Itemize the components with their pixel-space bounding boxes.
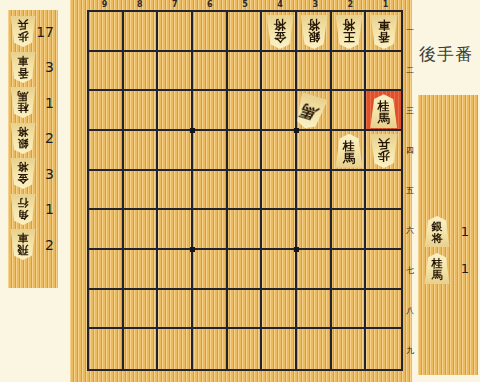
board-square-8-5[interactable] bbox=[124, 171, 159, 211]
square-3-3: 馬 bbox=[297, 91, 332, 131]
file-label-2: 2 bbox=[333, 0, 368, 10]
file-label-9: 9 bbox=[87, 0, 122, 10]
hand-row-gote-pawn: 歩兵 17 bbox=[8, 14, 58, 50]
hand-piece-bishop[interactable]: 角行 bbox=[10, 194, 36, 225]
board-square-2-8[interactable] bbox=[332, 290, 367, 330]
square-2-1: 王将 bbox=[332, 12, 367, 52]
sente-hand-tray: 銀将 1 桂馬 1 bbox=[418, 95, 478, 375]
piece-kanji: 香車 bbox=[377, 19, 390, 45]
board-square-5-6[interactable] bbox=[228, 210, 263, 250]
board-square-3-5[interactable] bbox=[297, 171, 332, 211]
board-square-5-5[interactable] bbox=[228, 171, 263, 211]
board-square-6-1[interactable] bbox=[193, 12, 228, 52]
board-square-2-7[interactable] bbox=[332, 250, 367, 290]
board-square-4-7[interactable] bbox=[262, 250, 297, 290]
board-square-5-2[interactable] bbox=[228, 52, 263, 92]
file-label-1: 1 bbox=[368, 0, 403, 10]
board-square-9-1[interactable] bbox=[89, 12, 124, 52]
board-square-5-7[interactable] bbox=[228, 250, 263, 290]
board-square-8-4[interactable] bbox=[124, 131, 159, 171]
board-square-9-2[interactable] bbox=[89, 52, 124, 92]
square-2-4: 桂馬 bbox=[332, 131, 367, 171]
board-square-3-6[interactable] bbox=[297, 210, 332, 250]
board-square-9-8[interactable] bbox=[89, 290, 124, 330]
board-square-1-5[interactable] bbox=[366, 171, 401, 211]
board-square-7-5[interactable] bbox=[158, 171, 193, 211]
board-square-1-8[interactable] bbox=[366, 290, 401, 330]
rank-label-7: 七 bbox=[404, 251, 416, 291]
board-square-5-9[interactable] bbox=[228, 329, 263, 369]
file-label-3: 3 bbox=[298, 0, 333, 10]
hand-count-rook: 2 bbox=[36, 237, 58, 253]
board-square-4-4[interactable] bbox=[262, 131, 297, 171]
piece-kanji: 銀将 bbox=[431, 219, 443, 243]
piece-kanji: 金将 bbox=[273, 19, 286, 45]
hand-piece-lance[interactable]: 香車 bbox=[10, 52, 36, 83]
board-square-4-8[interactable] bbox=[262, 290, 297, 330]
piece-silver-gote[interactable]: 銀将 bbox=[300, 15, 328, 49]
hand-piece-silver[interactable]: 銀将 bbox=[10, 123, 36, 154]
hand-row-gote-knight: 桂馬 1 bbox=[8, 85, 58, 121]
board-square-8-3[interactable] bbox=[124, 91, 159, 131]
board-square-9-7[interactable] bbox=[89, 250, 124, 290]
rank-label-1: 一 bbox=[404, 10, 416, 50]
piece-pawn-gote[interactable]: 歩兵 bbox=[370, 134, 398, 168]
turn-indicator: 後手番 bbox=[419, 43, 473, 66]
hand-count-knight: 1 bbox=[36, 95, 58, 111]
board-square-6-4[interactable] bbox=[193, 131, 228, 171]
piece-kanji: 桂馬 bbox=[431, 256, 443, 280]
board-square-1-7[interactable] bbox=[366, 250, 401, 290]
shogi-board: 9 8 7 6 5 4 3 2 1 一 二 三 四 五 六 七 八 九 金将銀将… bbox=[70, 0, 412, 382]
board-square-3-8[interactable] bbox=[297, 290, 332, 330]
board-square-8-1[interactable] bbox=[124, 12, 159, 52]
board-square-4-3[interactable] bbox=[262, 91, 297, 131]
piece-knight-sente[interactable]: 桂馬 bbox=[335, 134, 363, 168]
star-point bbox=[294, 247, 299, 252]
board-square-8-9[interactable] bbox=[124, 329, 159, 369]
piece-kanji: 王将 bbox=[342, 19, 355, 45]
rank-label-6: 六 bbox=[404, 211, 416, 251]
hand-row-gote-bishop: 角行 1 bbox=[8, 192, 58, 228]
board-square-2-6[interactable] bbox=[332, 210, 367, 250]
board-square-7-9[interactable] bbox=[158, 329, 193, 369]
square-1-3: 桂馬 bbox=[366, 91, 401, 131]
board-square-8-8[interactable] bbox=[124, 290, 159, 330]
board-square-6-8[interactable] bbox=[193, 290, 228, 330]
board-square-1-6[interactable] bbox=[366, 210, 401, 250]
piece-kanji: 香車 bbox=[17, 55, 29, 79]
hand-piece-rook[interactable]: 飛車 bbox=[10, 229, 36, 260]
board-square-6-5[interactable] bbox=[193, 171, 228, 211]
board-square-7-1[interactable] bbox=[158, 12, 193, 52]
board-square-8-2[interactable] bbox=[124, 52, 159, 92]
file-label-7: 7 bbox=[157, 0, 192, 10]
board-square-6-7[interactable] bbox=[193, 250, 228, 290]
board-square-6-2[interactable] bbox=[193, 52, 228, 92]
gote-hand-tray: 歩兵 17 香車 3 桂馬 1 銀将 2 金将 3 角行 1 飛車 2 bbox=[8, 10, 58, 288]
piece-kanji: 馬 bbox=[300, 102, 320, 122]
board-square-9-5[interactable] bbox=[89, 171, 124, 211]
piece-kanji: 飛車 bbox=[17, 233, 29, 257]
hand-count-gold: 3 bbox=[36, 166, 58, 182]
rank-label-3: 三 bbox=[404, 90, 416, 130]
hand-row-gote-rook: 飛車 2 bbox=[8, 227, 58, 263]
board-square-8-6[interactable] bbox=[124, 210, 159, 250]
hand-row-sente-silver: 銀将 1 bbox=[418, 213, 478, 250]
piece-gold-gote[interactable]: 金将 bbox=[266, 15, 294, 49]
piece-lance-gote[interactable]: 香車 bbox=[370, 15, 398, 49]
board-square-6-3[interactable] bbox=[193, 91, 228, 131]
board-square-4-5[interactable] bbox=[262, 171, 297, 211]
square-1-1: 香車 bbox=[366, 12, 401, 52]
board-square-5-1[interactable] bbox=[228, 12, 263, 52]
board-square-2-9[interactable] bbox=[332, 329, 367, 369]
rank-label-8: 八 bbox=[404, 291, 416, 331]
hand-piece-gold[interactable]: 金将 bbox=[10, 158, 36, 189]
piece-kanji: 金将 bbox=[17, 162, 29, 186]
hand-count-pawn: 17 bbox=[36, 24, 58, 40]
board-square-5-8[interactable] bbox=[228, 290, 263, 330]
board-square-7-7[interactable] bbox=[158, 250, 193, 290]
square-3-1: 銀将 bbox=[297, 12, 332, 52]
board-grid bbox=[87, 10, 403, 371]
board-square-3-7[interactable] bbox=[297, 250, 332, 290]
rank-labels: 一 二 三 四 五 六 七 八 九 bbox=[404, 10, 416, 371]
hand-count-silver: 2 bbox=[36, 130, 58, 146]
board-square-5-4[interactable] bbox=[228, 131, 263, 171]
hand-count-lance: 3 bbox=[36, 59, 58, 75]
piece-kanji: 桂馬 bbox=[17, 91, 29, 115]
board-square-7-8[interactable] bbox=[158, 290, 193, 330]
board-square-3-4[interactable] bbox=[297, 131, 332, 171]
board-square-9-3[interactable] bbox=[89, 91, 124, 131]
board-square-8-7[interactable] bbox=[124, 250, 159, 290]
hand-piece-knight[interactable]: 桂馬 bbox=[424, 253, 450, 284]
hand-row-gote-silver: 銀将 2 bbox=[8, 121, 58, 157]
board-square-4-6[interactable] bbox=[262, 210, 297, 250]
board-square-9-9[interactable] bbox=[89, 329, 124, 369]
hand-piece-knight[interactable]: 桂馬 bbox=[10, 87, 36, 118]
piece-knight-sente[interactable]: 桂馬 bbox=[370, 94, 398, 128]
board-square-2-2[interactable] bbox=[332, 52, 367, 92]
board-square-1-9[interactable] bbox=[366, 329, 401, 369]
hand-row-sente-knight: 桂馬 1 bbox=[418, 250, 478, 287]
piece-kanji: 桂馬 bbox=[342, 138, 355, 164]
board-square-6-9[interactable] bbox=[193, 329, 228, 369]
board-square-7-6[interactable] bbox=[158, 210, 193, 250]
board-square-5-3[interactable] bbox=[228, 91, 263, 131]
piece-king-gote[interactable]: 王将 bbox=[335, 15, 363, 49]
board-square-1-2[interactable] bbox=[366, 52, 401, 92]
piece-kanji: 銀将 bbox=[308, 19, 321, 45]
board-square-6-6[interactable] bbox=[193, 210, 228, 250]
square-4-1: 金将 bbox=[262, 12, 297, 52]
file-label-5: 5 bbox=[227, 0, 262, 10]
piece-kanji: 銀将 bbox=[17, 126, 29, 150]
board-square-2-3[interactable] bbox=[332, 91, 367, 131]
board-square-3-9[interactable] bbox=[297, 329, 332, 369]
board-square-9-6[interactable] bbox=[89, 210, 124, 250]
piece-kanji: 歩兵 bbox=[377, 138, 390, 164]
board-square-7-3[interactable] bbox=[158, 91, 193, 131]
board-square-4-2[interactable] bbox=[262, 52, 297, 92]
hand-count-silver: 1 bbox=[450, 224, 478, 239]
star-point bbox=[190, 247, 195, 252]
shogi-app: 歩兵 17 香車 3 桂馬 1 銀将 2 金将 3 角行 1 飛車 2 bbox=[0, 0, 480, 382]
rank-label-2: 二 bbox=[404, 50, 416, 90]
board-square-2-5[interactable] bbox=[332, 171, 367, 211]
square-1-4: 歩兵 bbox=[366, 131, 401, 171]
file-label-8: 8 bbox=[122, 0, 157, 10]
hand-piece-silver[interactable]: 銀将 bbox=[424, 216, 450, 247]
piece-kanji: 角行 bbox=[17, 197, 29, 221]
board-square-7-4[interactable] bbox=[158, 131, 193, 171]
piece-kanji: 歩兵 bbox=[17, 20, 29, 44]
piece-promoted-bishop-gote[interactable]: 馬 bbox=[291, 92, 328, 133]
file-labels: 9 8 7 6 5 4 3 2 1 bbox=[87, 0, 403, 10]
board-square-7-2[interactable] bbox=[158, 52, 193, 92]
hand-piece-pawn[interactable]: 歩兵 bbox=[10, 16, 36, 47]
board-square-4-9[interactable] bbox=[262, 329, 297, 369]
board-square-9-4[interactable] bbox=[89, 131, 124, 171]
hand-row-gote-lance: 香車 3 bbox=[8, 50, 58, 86]
hand-count-bishop: 1 bbox=[36, 201, 58, 217]
hand-count-knight: 1 bbox=[450, 261, 478, 276]
rank-label-4: 四 bbox=[404, 130, 416, 170]
rank-label-9: 九 bbox=[404, 331, 416, 371]
piece-kanji: 桂馬 bbox=[377, 98, 390, 124]
file-label-4: 4 bbox=[263, 0, 298, 10]
star-point bbox=[190, 128, 195, 133]
hand-row-gote-gold: 金将 3 bbox=[8, 156, 58, 192]
board-square-3-2[interactable] bbox=[297, 52, 332, 92]
rank-label-5: 五 bbox=[404, 170, 416, 210]
file-label-6: 6 bbox=[192, 0, 227, 10]
